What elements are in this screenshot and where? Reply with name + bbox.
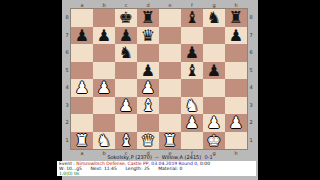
square-a5[interactable] [71,62,93,80]
square-d8[interactable]: ♜ [137,9,159,27]
rank-label-3: 3 [64,97,70,115]
piece-white-pawn: ♟ [97,79,111,96]
square-a7[interactable]: ♟ [71,27,93,45]
file-label-c: c [115,2,137,9]
square-g7[interactable] [203,27,225,45]
square-h7[interactable]: ♟ [225,27,247,45]
rank-label-3: 3 [248,97,254,115]
square-c5[interactable] [115,62,137,80]
square-a6[interactable] [71,44,93,62]
piece-white-pawn: ♟ [229,114,243,131]
rank-label-5: 5 [248,62,254,80]
rank-label-5: 5 [64,62,70,80]
file-label-a: a [71,2,93,9]
piece-white-bishop: ♝ [141,97,155,114]
rank-label-8: 8 [64,9,70,27]
square-a4[interactable]: ♟ [71,79,93,97]
rank-label-4: 4 [64,79,70,97]
piece-white-knight: ♞ [97,132,111,149]
square-b6[interactable] [93,44,115,62]
event-time: 0:00 [200,161,210,166]
square-f6[interactable]: ♟ [181,44,203,62]
piece-white-rook: ♜ [163,132,177,149]
piece-black-knight: ♞ [119,44,133,61]
piece-white-bishop: ♝ [119,132,133,149]
square-h1[interactable] [225,132,247,150]
square-a8[interactable] [71,9,93,27]
piece-white-queen: ♛ [141,132,155,149]
file-label-b: b [93,2,115,9]
square-g3[interactable] [203,97,225,115]
square-b1[interactable]: ♞ [93,132,115,150]
piece-black-pawn: ♟ [75,27,89,44]
square-e3[interactable] [159,97,181,115]
piece-black-pawn: ♟ [185,44,199,61]
square-b2[interactable] [93,114,115,132]
square-h8[interactable]: ♜ [225,9,247,27]
rank-label-2: 2 [64,114,70,132]
square-g8[interactable]: ♞ [203,9,225,27]
piece-black-pawn: ♟ [97,27,111,44]
piece-white-rook: ♜ [75,132,89,149]
square-c4[interactable] [115,79,137,97]
square-f8[interactable]: ♝ [181,9,203,27]
square-f5[interactable]: ♝ [181,62,203,80]
file-label-e: e [159,2,181,9]
piece-black-pawn: ♟ [119,27,133,44]
square-f3[interactable]: ♞ [181,97,203,115]
piece-black-king: ♚ [119,9,133,26]
result-text: 0-1 [204,154,212,160]
piece-black-bishop: ♝ [185,62,199,79]
square-c6[interactable]: ♞ [115,44,137,62]
rank-label-7: 7 [248,27,254,45]
info-box: Event : Nimzowitsch Defense, Castle PP, … [57,161,256,176]
rank-label-1: 1 [248,132,254,150]
square-d1[interactable]: ♛ [137,132,159,150]
file-label-h: h [225,2,247,9]
file-label-d: d [137,2,159,9]
square-h5[interactable] [225,62,247,80]
square-d4[interactable]: ♟ [137,79,159,97]
square-e8[interactable] [159,9,181,27]
square-e4[interactable] [159,79,181,97]
square-e7[interactable] [159,27,181,45]
square-e5[interactable] [159,62,181,80]
square-d5[interactable]: ♟ [137,62,159,80]
chess-board: ♚♜♝♞♜♟♟♟♛♟♞♟♟♝♟♟♟♟♟♝♞♟♟♟♜♞♝♛♜♚ [71,9,247,149]
file-label-g: g [203,2,225,9]
square-c2[interactable] [115,114,137,132]
file-labels-top: abcdefgh [71,2,247,9]
players-text: Sokolsky,P (2370) -- Willow,A (2415) [107,154,204,160]
piece-black-pawn: ♟ [207,62,221,79]
square-c7[interactable]: ♟ [115,27,137,45]
square-e1[interactable]: ♜ [159,132,181,150]
piece-black-queen: ♛ [141,27,155,44]
square-f4[interactable] [181,79,203,97]
board-panel: abcdefgh abcdefgh 87654321 87654321 ♚♜♝♞… [62,0,258,180]
rank-label-6: 6 [248,44,254,62]
piece-white-king: ♚ [207,132,221,149]
square-e6[interactable] [159,44,181,62]
square-d7[interactable]: ♛ [137,27,159,45]
square-d3[interactable]: ♝ [137,97,159,115]
rank-labels-left: 87654321 [64,9,70,149]
eval-line: 1.0(0) 0s [59,171,256,176]
piece-black-rook: ♜ [141,9,155,26]
square-c3[interactable]: ♟ [115,97,137,115]
square-a1[interactable]: ♜ [71,132,93,150]
square-b7[interactable]: ♟ [93,27,115,45]
square-d6[interactable] [137,44,159,62]
rank-label-1: 1 [64,132,70,150]
rank-label-4: 4 [248,79,254,97]
square-a2[interactable] [71,114,93,132]
piece-white-pawn: ♟ [207,114,221,131]
piece-black-pawn: ♟ [141,62,155,79]
video-frame: abcdefgh abcdefgh 87654321 87654321 ♚♜♝♞… [0,0,320,180]
piece-black-rook: ♜ [229,9,243,26]
piece-white-pawn: ♟ [185,114,199,131]
file-label-f: f [181,2,203,9]
piece-black-bishop: ♝ [185,9,199,26]
square-b3[interactable] [93,97,115,115]
square-d2[interactable] [137,114,159,132]
piece-white-pawn: ♟ [119,97,133,114]
rank-labels-right: 87654321 [248,9,254,149]
square-g4[interactable] [203,79,225,97]
square-h6[interactable] [225,44,247,62]
rank-label-7: 7 [64,27,70,45]
square-b8[interactable] [93,9,115,27]
piece-black-pawn: ♟ [229,27,243,44]
square-h4[interactable] [225,79,247,97]
square-b4[interactable]: ♟ [93,79,115,97]
rank-label-8: 8 [248,9,254,27]
piece-white-knight: ♞ [185,97,199,114]
square-c8[interactable]: ♚ [115,9,137,27]
rank-label-6: 6 [64,44,70,62]
square-e2[interactable] [159,114,181,132]
square-h3[interactable] [225,97,247,115]
square-g2[interactable]: ♟ [203,114,225,132]
square-f7[interactable] [181,27,203,45]
square-g1[interactable]: ♚ [203,132,225,150]
square-f1[interactable] [181,132,203,150]
square-g5[interactable]: ♟ [203,62,225,80]
square-h2[interactable]: ♟ [225,114,247,132]
square-g6[interactable] [203,44,225,62]
square-c1[interactable]: ♝ [115,132,137,150]
rank-label-2: 2 [248,114,254,132]
square-b5[interactable] [93,62,115,80]
piece-black-knight: ♞ [207,9,221,26]
piece-white-pawn: ♟ [75,79,89,96]
piece-white-pawn: ♟ [141,79,155,96]
game-header: Sokolsky,P (2370) -- Willow,A (2415) 0-1 [62,154,258,161]
square-f2[interactable]: ♟ [181,114,203,132]
square-a3[interactable] [71,97,93,115]
